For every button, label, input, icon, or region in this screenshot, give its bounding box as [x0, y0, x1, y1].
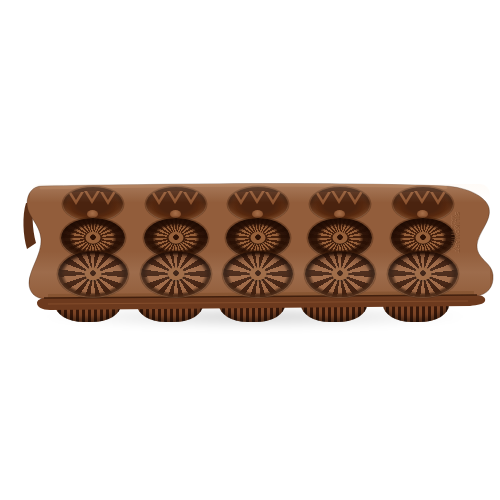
facet-icon [398, 192, 414, 205]
facet-icon [167, 191, 183, 204]
mold-cavity-fluted [223, 251, 293, 297]
mold-cavity-kugelhopf [228, 187, 288, 221]
center-post [87, 210, 98, 218]
center-post [167, 267, 184, 280]
center-post [417, 210, 428, 218]
center-post [414, 267, 431, 280]
center-post [168, 232, 183, 244]
center-post [332, 267, 349, 280]
mold-cavity-fluted [388, 251, 458, 297]
center-post [250, 232, 265, 244]
facet-icon [265, 192, 281, 205]
center-post [333, 232, 348, 244]
facet-icon [347, 192, 363, 205]
facet-icon [151, 192, 167, 205]
facet-icon [84, 191, 100, 204]
facet-icon [183, 192, 199, 205]
facet-icon [315, 192, 331, 205]
center-post [252, 210, 263, 218]
facet-icon [430, 192, 446, 205]
mold-cavity-fluted [58, 251, 128, 297]
center-post [170, 210, 181, 218]
facet-icon [68, 192, 84, 205]
embossed-brand-marking: SILIKOMART MADE IN ITALY [448, 209, 463, 257]
facet-icon [331, 191, 347, 204]
facet-icon [414, 191, 430, 204]
facet-icon [233, 192, 249, 205]
mold-cavity-fluted [305, 251, 375, 297]
origin-text: MADE IN ITALY [450, 215, 455, 251]
mold-cavity-fluted [141, 251, 211, 297]
center-post [85, 267, 102, 280]
center-post [334, 210, 345, 218]
mold-cavity-kugelhopf [63, 187, 123, 221]
cavity-row-front [52, 251, 464, 297]
center-post [86, 232, 101, 244]
cavity-row-back [52, 187, 464, 221]
mold-cavity-kugelhopf [146, 187, 206, 221]
mold-cavity-kugelhopf [310, 187, 370, 221]
mold-cavity-kugelhopf [393, 187, 453, 221]
center-post [249, 267, 266, 280]
center-post [415, 232, 430, 244]
facet-icon [100, 192, 116, 205]
facet-icon [249, 191, 265, 204]
product-photo: SILIKOMART MADE IN ITALY [0, 0, 500, 500]
